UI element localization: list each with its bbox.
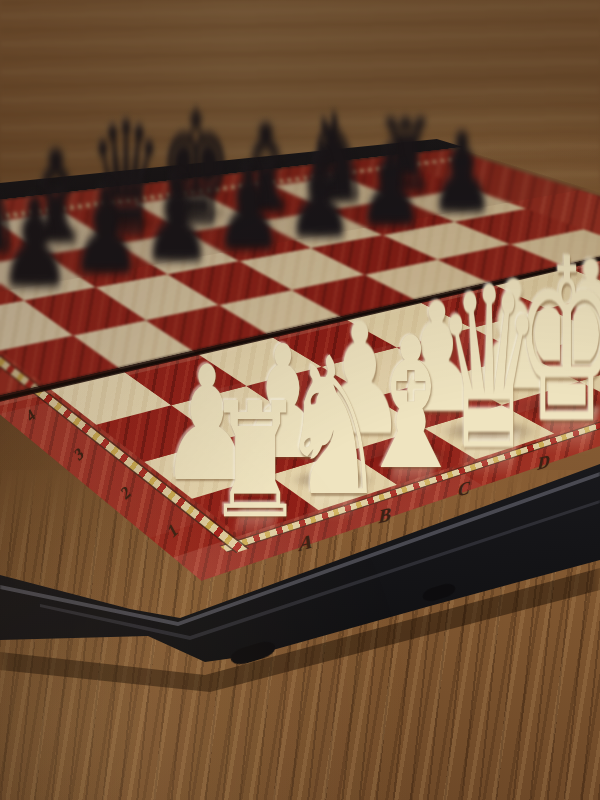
piece-black-pawn-c7[interactable]: ♟ [70, 172, 143, 292]
piece-black-pawn-g7[interactable]: ♟ [357, 130, 425, 242]
piece-black-pawn-b7[interactable]: ♟ [0, 182, 72, 304]
piece-black-pawn-e7[interactable]: ♟ [213, 151, 283, 267]
piece-black-pawn-h7[interactable]: ♟ [429, 119, 496, 229]
piece-black-pawn-d7[interactable]: ♟ [142, 161, 214, 279]
chess-set-photo: ABCDEFGH12345678 ♜♞♝♟♚♟♛♟♝♟♞♟♜♟♟♟♟♜♟♟♞♟♝… [0, 0, 600, 800]
piece-black-pawn-a7[interactable]: ♟ [0, 193, 2, 317]
piece-black-pawn-f7[interactable]: ♟ [285, 140, 354, 254]
pieces-layer: ♜♞♝♟♚♟♛♟♝♟♞♟♜♟♟♟♟♜♟♟♞♟♝♟♚♟♛♟♝♟♞♜ [0, 0, 600, 800]
piece-white-rook-a1[interactable]: ♜ [205, 381, 304, 540]
